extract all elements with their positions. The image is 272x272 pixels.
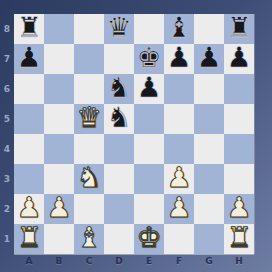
square-d2[interactable] bbox=[104, 194, 134, 224]
square-g3[interactable] bbox=[194, 164, 224, 194]
square-b6[interactable] bbox=[44, 74, 74, 104]
square-e6[interactable]: ♟ bbox=[134, 74, 164, 104]
piece-black-pawn[interactable]: ♟ bbox=[196, 44, 221, 72]
piece-black-pawn[interactable]: ♟ bbox=[226, 44, 251, 72]
square-g7[interactable]: ♟ bbox=[194, 44, 224, 74]
piece-black-king[interactable]: ♚ bbox=[136, 44, 161, 72]
file-label-f: F bbox=[164, 254, 194, 272]
square-g2[interactable] bbox=[194, 194, 224, 224]
rank-label-6: 6 bbox=[0, 74, 14, 104]
square-d7[interactable] bbox=[104, 44, 134, 74]
square-e5[interactable] bbox=[134, 104, 164, 134]
square-a1[interactable]: ♜ bbox=[14, 224, 44, 254]
square-e2[interactable] bbox=[134, 194, 164, 224]
square-a2[interactable]: ♟ bbox=[14, 194, 44, 224]
file-label-g: G bbox=[194, 254, 224, 272]
square-d5[interactable]: ♞ bbox=[104, 104, 134, 134]
square-f1[interactable] bbox=[164, 224, 194, 254]
square-a3[interactable] bbox=[14, 164, 44, 194]
chess-board: ♜♛♝♜♟♚♟♟♟♞♟♛♞♞♟♟♟♟♟♜♝♚♜ bbox=[14, 14, 254, 254]
square-h3[interactable] bbox=[224, 164, 254, 194]
rank-label-2: 2 bbox=[0, 194, 14, 224]
square-e1[interactable]: ♚ bbox=[134, 224, 164, 254]
piece-white-knight[interactable]: ♞ bbox=[76, 164, 101, 192]
square-c7[interactable] bbox=[74, 44, 104, 74]
square-g8[interactable] bbox=[194, 14, 224, 44]
piece-black-pawn[interactable]: ♟ bbox=[16, 44, 41, 72]
piece-white-rook[interactable]: ♜ bbox=[16, 224, 41, 252]
file-label-e: E bbox=[134, 254, 164, 272]
piece-black-pawn[interactable]: ♟ bbox=[166, 44, 191, 72]
square-a4[interactable] bbox=[14, 134, 44, 164]
square-h5[interactable] bbox=[224, 104, 254, 134]
piece-black-rook[interactable]: ♜ bbox=[226, 14, 251, 42]
piece-white-pawn[interactable]: ♟ bbox=[166, 194, 191, 222]
square-c3[interactable]: ♞ bbox=[74, 164, 104, 194]
rank-label-3: 3 bbox=[0, 164, 14, 194]
rank-labels: 87654321 bbox=[0, 14, 14, 254]
square-d3[interactable] bbox=[104, 164, 134, 194]
square-b1[interactable] bbox=[44, 224, 74, 254]
piece-black-queen[interactable]: ♛ bbox=[106, 14, 131, 42]
square-c5[interactable]: ♛ bbox=[74, 104, 104, 134]
square-b8[interactable] bbox=[44, 14, 74, 44]
square-a8[interactable]: ♜ bbox=[14, 14, 44, 44]
square-d6[interactable]: ♞ bbox=[104, 74, 134, 104]
square-f2[interactable]: ♟ bbox=[164, 194, 194, 224]
square-c8[interactable] bbox=[74, 14, 104, 44]
square-f5[interactable] bbox=[164, 104, 194, 134]
rank-label-7: 7 bbox=[0, 44, 14, 74]
piece-white-pawn[interactable]: ♟ bbox=[226, 194, 251, 222]
square-h2[interactable]: ♟ bbox=[224, 194, 254, 224]
square-f4[interactable] bbox=[164, 134, 194, 164]
square-b5[interactable] bbox=[44, 104, 74, 134]
square-e4[interactable] bbox=[134, 134, 164, 164]
piece-white-rook[interactable]: ♜ bbox=[226, 224, 251, 252]
piece-white-pawn[interactable]: ♟ bbox=[46, 194, 71, 222]
piece-white-king[interactable]: ♚ bbox=[136, 224, 161, 252]
chess-board-frame: 87654321 ABCDEFGH ♜♛♝♜♟♚♟♟♟♞♟♛♞♞♟♟♟♟♟♜♝♚… bbox=[0, 0, 272, 272]
piece-black-knight[interactable]: ♞ bbox=[106, 104, 131, 132]
file-label-a: A bbox=[14, 254, 44, 272]
square-c1[interactable]: ♝ bbox=[74, 224, 104, 254]
piece-white-pawn[interactable]: ♟ bbox=[16, 194, 41, 222]
square-e3[interactable] bbox=[134, 164, 164, 194]
piece-black-knight[interactable]: ♞ bbox=[106, 74, 131, 102]
piece-black-pawn[interactable]: ♟ bbox=[136, 74, 161, 102]
piece-white-pawn[interactable]: ♟ bbox=[166, 164, 191, 192]
piece-black-rook[interactable]: ♜ bbox=[16, 14, 41, 42]
square-a6[interactable] bbox=[14, 74, 44, 104]
file-labels: ABCDEFGH bbox=[14, 254, 254, 272]
square-g5[interactable] bbox=[194, 104, 224, 134]
square-h4[interactable] bbox=[224, 134, 254, 164]
square-b7[interactable] bbox=[44, 44, 74, 74]
square-f7[interactable]: ♟ bbox=[164, 44, 194, 74]
square-e7[interactable]: ♚ bbox=[134, 44, 164, 74]
file-label-h: H bbox=[224, 254, 254, 272]
square-f6[interactable] bbox=[164, 74, 194, 104]
square-h6[interactable] bbox=[224, 74, 254, 104]
square-g6[interactable] bbox=[194, 74, 224, 104]
square-c4[interactable] bbox=[74, 134, 104, 164]
file-label-b: B bbox=[44, 254, 74, 272]
piece-white-bishop[interactable]: ♝ bbox=[76, 224, 101, 252]
square-a5[interactable] bbox=[14, 104, 44, 134]
square-f3[interactable]: ♟ bbox=[164, 164, 194, 194]
square-h8[interactable]: ♜ bbox=[224, 14, 254, 44]
square-a7[interactable]: ♟ bbox=[14, 44, 44, 74]
rank-label-8: 8 bbox=[0, 14, 14, 44]
square-c6[interactable] bbox=[74, 74, 104, 104]
square-f8[interactable]: ♝ bbox=[164, 14, 194, 44]
file-label-c: C bbox=[74, 254, 104, 272]
square-d8[interactable]: ♛ bbox=[104, 14, 134, 44]
square-g4[interactable] bbox=[194, 134, 224, 164]
rank-label-4: 4 bbox=[0, 134, 14, 164]
rank-label-1: 1 bbox=[0, 224, 14, 254]
square-b2[interactable]: ♟ bbox=[44, 194, 74, 224]
square-h1[interactable]: ♜ bbox=[224, 224, 254, 254]
square-c2[interactable] bbox=[74, 194, 104, 224]
rank-label-5: 5 bbox=[0, 104, 14, 134]
square-d4[interactable] bbox=[104, 134, 134, 164]
file-label-d: D bbox=[104, 254, 134, 272]
square-e8[interactable] bbox=[134, 14, 164, 44]
square-b4[interactable] bbox=[44, 134, 74, 164]
square-b3[interactable] bbox=[44, 164, 74, 194]
piece-black-bishop[interactable]: ♝ bbox=[166, 14, 191, 42]
square-h7[interactable]: ♟ bbox=[224, 44, 254, 74]
piece-white-queen[interactable]: ♛ bbox=[76, 104, 101, 132]
square-d1[interactable] bbox=[104, 224, 134, 254]
square-g1[interactable] bbox=[194, 224, 224, 254]
